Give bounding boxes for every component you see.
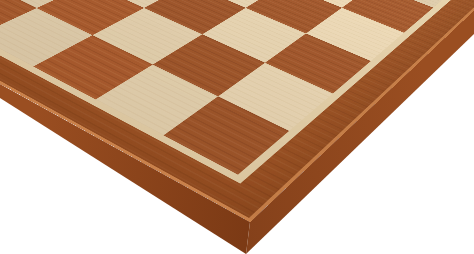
- chessboard-product-photo: [0, 0, 474, 254]
- chess-board-top: [0, 0, 474, 222]
